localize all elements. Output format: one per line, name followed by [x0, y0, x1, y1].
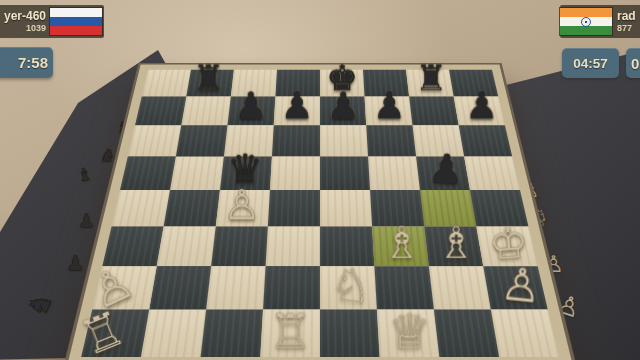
square-a4[interactable]	[112, 190, 170, 226]
piece-white-pawn-h2[interactable]: ♙	[491, 259, 552, 310]
square-b1[interactable]	[141, 309, 206, 357]
square-b2[interactable]	[149, 266, 211, 309]
square-e6[interactable]	[320, 125, 368, 156]
piece-white-knight-e2[interactable]: ♘	[320, 259, 383, 312]
piece-black-rook-g8[interactable]: ♜	[409, 60, 454, 96]
square-e5[interactable]	[320, 156, 370, 190]
square-f7[interactable]: ♟	[365, 96, 413, 125]
clock-right: 04:57	[562, 48, 619, 78]
russia-flag-icon	[50, 8, 102, 35]
square-b3[interactable]	[157, 226, 216, 266]
square-b4[interactable]	[164, 190, 220, 226]
square-e1[interactable]	[320, 309, 380, 357]
piece-black-pawn-d7[interactable]: ♟	[274, 87, 320, 124]
square-c7[interactable]: ♟	[228, 96, 276, 125]
player-left-rating: 1039	[26, 23, 46, 33]
piece-white-queen-f1[interactable]: ♕	[380, 307, 440, 355]
square-a7[interactable]	[135, 96, 186, 125]
piece-black-pawn-g5[interactable]: ♟	[420, 147, 473, 190]
square-g1[interactable]	[434, 309, 499, 357]
square-f1[interactable]: ♕	[377, 309, 439, 357]
piece-white-bishop-g3[interactable]: ♗	[429, 221, 483, 264]
square-b7[interactable]	[181, 96, 231, 125]
square-c2[interactable]	[206, 266, 265, 309]
clock-left: 7:58	[0, 47, 53, 78]
piece-black-pawn-h7[interactable]: ♟	[459, 87, 505, 124]
player-left-name: yer-460	[4, 10, 46, 23]
square-e2[interactable]: ♘	[320, 266, 377, 309]
square-d4[interactable]	[268, 190, 320, 226]
square-g8[interactable]: ♜	[406, 70, 454, 97]
square-c1[interactable]	[201, 309, 263, 357]
square-g2[interactable]	[429, 266, 491, 309]
square-e7[interactable]: ♟	[320, 96, 366, 125]
square-h5[interactable]	[464, 156, 520, 190]
square-d3[interactable]	[266, 226, 320, 266]
square-c3[interactable]	[211, 226, 268, 266]
game-screen: ♝♞♝♟♟♞ ♙♙♙♘♙♙ ♜♚♜♟♟♟♟♟♛♟♙♗♗♔♙♘♙♖♖♕ yer-4…	[0, 0, 640, 360]
player-panel-left: yer-460 1039	[0, 5, 104, 38]
square-f5[interactable]	[368, 156, 420, 190]
square-c4[interactable]: ♙	[216, 190, 270, 226]
square-h1[interactable]	[491, 309, 559, 357]
piece-white-bishop-f3[interactable]: ♗	[374, 221, 428, 264]
player-right-rating: 877	[617, 23, 632, 33]
square-d1[interactable]: ♖	[260, 309, 320, 357]
square-a5[interactable]	[120, 156, 176, 190]
piece-black-pawn-e7[interactable]: ♟	[320, 87, 366, 124]
piece-white-pawn-c4[interactable]: ♙	[216, 183, 268, 225]
captured-black-knight: ♞	[23, 288, 58, 321]
piece-black-rook-b8[interactable]: ♜	[186, 60, 231, 96]
square-f6[interactable]	[366, 125, 416, 156]
piece-white-rook-a1[interactable]: ♖	[66, 300, 139, 360]
chess-board: ♜♚♜♟♟♟♟♟♛♟♙♗♗♔♙♘♙♖♖♕	[67, 65, 573, 360]
square-a8[interactable]	[142, 70, 191, 97]
player-panel-right: rad 877	[560, 5, 640, 38]
square-h2[interactable]: ♙	[483, 266, 547, 309]
square-d6[interactable]	[272, 125, 320, 156]
clock-right-secondary: 0	[626, 48, 640, 78]
piece-white-rook-d1[interactable]: ♖	[260, 307, 320, 355]
india-flag-icon	[560, 8, 612, 35]
square-h7[interactable]: ♟	[454, 96, 505, 125]
piece-black-pawn-f7[interactable]: ♟	[366, 87, 412, 124]
square-a1[interactable]: ♖	[81, 309, 149, 357]
player-right-name: rad	[617, 10, 636, 23]
square-d7[interactable]: ♟	[274, 96, 320, 125]
square-g3[interactable]: ♗	[424, 226, 483, 266]
square-f3[interactable]: ♗	[372, 226, 429, 266]
square-g5[interactable]: ♟	[416, 156, 470, 190]
ashoka-chakra-icon	[581, 17, 591, 27]
square-d5[interactable]	[270, 156, 320, 190]
piece-black-pawn-c7[interactable]: ♟	[228, 87, 274, 124]
board-scene: ♜♚♜♟♟♟♟♟♛♟♙♗♗♔♙♘♙♖♖♕	[72, 0, 568, 360]
square-g7[interactable]	[409, 96, 459, 125]
square-a6[interactable]	[128, 125, 181, 156]
square-e4[interactable]	[320, 190, 372, 226]
